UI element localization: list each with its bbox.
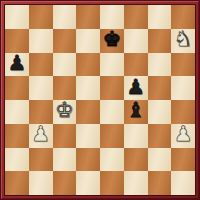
square-h1[interactable] — [171, 171, 195, 195]
square-d6[interactable] — [76, 53, 100, 77]
square-c7[interactable] — [53, 29, 77, 53]
square-h8[interactable] — [171, 5, 195, 29]
square-f4[interactable]: ♝ — [124, 100, 148, 124]
square-a7[interactable] — [5, 29, 29, 53]
square-e7[interactable]: ♚ — [100, 29, 124, 53]
square-b5[interactable] — [29, 76, 53, 100]
square-h7[interactable]: ♞ — [171, 29, 195, 53]
square-b7[interactable] — [29, 29, 53, 53]
square-h2[interactable] — [171, 148, 195, 172]
square-c8[interactable] — [53, 5, 77, 29]
square-b2[interactable] — [29, 148, 53, 172]
square-g3[interactable] — [148, 124, 172, 148]
square-g5[interactable] — [148, 76, 172, 100]
square-g6[interactable] — [148, 53, 172, 77]
square-b1[interactable] — [29, 171, 53, 195]
square-h3[interactable]: ♟ — [171, 124, 195, 148]
square-a6[interactable]: ♟ — [5, 53, 29, 77]
square-a3[interactable] — [5, 124, 29, 148]
square-f7[interactable] — [124, 29, 148, 53]
square-d1[interactable] — [76, 171, 100, 195]
square-a5[interactable] — [5, 76, 29, 100]
square-c3[interactable] — [53, 124, 77, 148]
square-d8[interactable] — [76, 5, 100, 29]
square-d2[interactable] — [76, 148, 100, 172]
board-frame: ♚♞♟♟♚♝♟♟ — [0, 0, 200, 200]
square-e4[interactable] — [100, 100, 124, 124]
square-g8[interactable] — [148, 5, 172, 29]
square-f8[interactable] — [124, 5, 148, 29]
square-h4[interactable] — [171, 100, 195, 124]
square-e6[interactable] — [100, 53, 124, 77]
square-b6[interactable] — [29, 53, 53, 77]
square-e2[interactable] — [100, 148, 124, 172]
square-f2[interactable] — [124, 148, 148, 172]
square-a2[interactable] — [5, 148, 29, 172]
square-d3[interactable] — [76, 124, 100, 148]
piece-white-king[interactable]: ♚ — [55, 100, 74, 121]
piece-white-pawn[interactable]: ♟ — [174, 124, 193, 145]
square-b3[interactable]: ♟ — [29, 124, 53, 148]
square-d7[interactable] — [76, 29, 100, 53]
square-d4[interactable] — [76, 100, 100, 124]
piece-black-bishop[interactable]: ♝ — [126, 100, 145, 121]
piece-black-pawn[interactable]: ♟ — [7, 53, 26, 74]
square-e1[interactable] — [100, 171, 124, 195]
square-c2[interactable] — [53, 148, 77, 172]
piece-white-knight[interactable]: ♞ — [174, 29, 193, 50]
square-e8[interactable] — [100, 5, 124, 29]
square-b4[interactable] — [29, 100, 53, 124]
chess-board: ♚♞♟♟♚♝♟♟ — [5, 5, 195, 195]
square-h6[interactable] — [171, 53, 195, 77]
square-g1[interactable] — [148, 171, 172, 195]
square-d5[interactable] — [76, 76, 100, 100]
square-g4[interactable] — [148, 100, 172, 124]
piece-black-pawn[interactable]: ♟ — [126, 77, 145, 98]
square-f5[interactable]: ♟ — [124, 76, 148, 100]
square-c5[interactable] — [53, 76, 77, 100]
square-g2[interactable] — [148, 148, 172, 172]
square-b8[interactable] — [29, 5, 53, 29]
square-c4[interactable]: ♚ — [53, 100, 77, 124]
square-c1[interactable] — [53, 171, 77, 195]
square-f1[interactable] — [124, 171, 148, 195]
square-a1[interactable] — [5, 171, 29, 195]
square-g7[interactable] — [148, 29, 172, 53]
square-a8[interactable] — [5, 5, 29, 29]
square-c6[interactable] — [53, 53, 77, 77]
piece-white-pawn[interactable]: ♟ — [31, 124, 50, 145]
square-h5[interactable] — [171, 76, 195, 100]
square-e5[interactable] — [100, 76, 124, 100]
square-f6[interactable] — [124, 53, 148, 77]
square-f3[interactable] — [124, 124, 148, 148]
piece-black-king[interactable]: ♚ — [102, 29, 121, 50]
square-e3[interactable] — [100, 124, 124, 148]
square-a4[interactable] — [5, 100, 29, 124]
